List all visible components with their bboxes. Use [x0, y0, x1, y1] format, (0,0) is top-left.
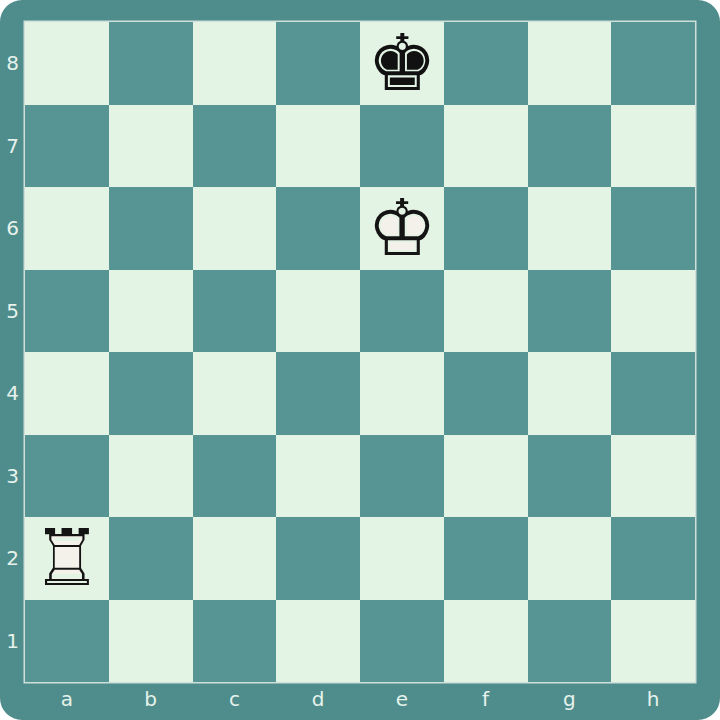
piece-black-king[interactable]: ♚ — [360, 22, 444, 105]
file-labels: abcdefgh — [25, 682, 695, 720]
square-g2[interactable] — [528, 517, 612, 600]
square-c8[interactable] — [193, 22, 277, 105]
square-c5[interactable] — [193, 270, 277, 353]
square-f4[interactable] — [444, 352, 528, 435]
rank-label-5: 5 — [0, 270, 25, 353]
rank-label-1: 1 — [0, 600, 25, 683]
file-label-g: g — [528, 682, 612, 720]
file-label-f: f — [444, 682, 528, 720]
square-c7[interactable] — [193, 105, 277, 188]
square-d1[interactable] — [276, 600, 360, 683]
square-e8[interactable]: ♚ — [360, 22, 444, 105]
square-d5[interactable] — [276, 270, 360, 353]
square-d2[interactable] — [276, 517, 360, 600]
square-e3[interactable] — [360, 435, 444, 518]
square-g8[interactable] — [528, 22, 612, 105]
square-e2[interactable] — [360, 517, 444, 600]
square-d3[interactable] — [276, 435, 360, 518]
file-label-d: d — [276, 682, 360, 720]
square-e4[interactable] — [360, 352, 444, 435]
square-f2[interactable] — [444, 517, 528, 600]
square-h5[interactable] — [611, 270, 695, 353]
square-b3[interactable] — [109, 435, 193, 518]
square-b1[interactable] — [109, 600, 193, 683]
square-f7[interactable] — [444, 105, 528, 188]
square-a5[interactable] — [25, 270, 109, 353]
square-g7[interactable] — [528, 105, 612, 188]
rank-label-2: 2 — [0, 517, 25, 600]
square-b8[interactable] — [109, 22, 193, 105]
square-g4[interactable] — [528, 352, 612, 435]
file-label-h: h — [611, 682, 695, 720]
file-label-a: a — [25, 682, 109, 720]
file-label-b: b — [109, 682, 193, 720]
square-d4[interactable] — [276, 352, 360, 435]
square-c3[interactable] — [193, 435, 277, 518]
piece-white-king[interactable]: ♚♔ — [360, 187, 444, 270]
square-a6[interactable] — [25, 187, 109, 270]
square-h1[interactable] — [611, 600, 695, 683]
file-label-e: e — [360, 682, 444, 720]
square-d7[interactable] — [276, 105, 360, 188]
square-b6[interactable] — [109, 187, 193, 270]
square-g5[interactable] — [528, 270, 612, 353]
rank-label-7: 7 — [0, 105, 25, 188]
rank-labels: 87654321 — [0, 22, 25, 682]
square-e1[interactable] — [360, 600, 444, 683]
square-g1[interactable] — [528, 600, 612, 683]
square-h2[interactable] — [611, 517, 695, 600]
square-b4[interactable] — [109, 352, 193, 435]
square-f3[interactable] — [444, 435, 528, 518]
square-c4[interactable] — [193, 352, 277, 435]
square-a7[interactable] — [25, 105, 109, 188]
chess-board: ♚♚♔♜♖ — [25, 22, 695, 682]
square-b5[interactable] — [109, 270, 193, 353]
square-f1[interactable] — [444, 600, 528, 683]
square-d8[interactable] — [276, 22, 360, 105]
square-c6[interactable] — [193, 187, 277, 270]
square-e5[interactable] — [360, 270, 444, 353]
square-f5[interactable] — [444, 270, 528, 353]
square-a3[interactable] — [25, 435, 109, 518]
chess-app: 87654321 ♚♚♔♜♖ abcdefgh — [0, 0, 720, 720]
square-e6[interactable]: ♚♔ — [360, 187, 444, 270]
square-c2[interactable] — [193, 517, 277, 600]
rank-label-3: 3 — [0, 435, 25, 518]
file-label-c: c — [193, 682, 277, 720]
square-b2[interactable] — [109, 517, 193, 600]
square-f8[interactable] — [444, 22, 528, 105]
square-h3[interactable] — [611, 435, 695, 518]
rank-label-8: 8 — [0, 22, 25, 105]
square-f6[interactable] — [444, 187, 528, 270]
square-h6[interactable] — [611, 187, 695, 270]
piece-white-rook[interactable]: ♜♖ — [25, 517, 109, 600]
square-a4[interactable] — [25, 352, 109, 435]
rank-label-6: 6 — [0, 187, 25, 270]
rank-label-4: 4 — [0, 352, 25, 435]
square-h7[interactable] — [611, 105, 695, 188]
square-d6[interactable] — [276, 187, 360, 270]
square-g3[interactable] — [528, 435, 612, 518]
square-e7[interactable] — [360, 105, 444, 188]
square-a8[interactable] — [25, 22, 109, 105]
square-h8[interactable] — [611, 22, 695, 105]
square-a1[interactable] — [25, 600, 109, 683]
square-c1[interactable] — [193, 600, 277, 683]
square-a2[interactable]: ♜♖ — [25, 517, 109, 600]
piece-outline-glyph: ♖ — [25, 517, 109, 600]
square-h4[interactable] — [611, 352, 695, 435]
square-g6[interactable] — [528, 187, 612, 270]
square-b7[interactable] — [109, 105, 193, 188]
piece-outline-glyph: ♔ — [360, 187, 444, 270]
